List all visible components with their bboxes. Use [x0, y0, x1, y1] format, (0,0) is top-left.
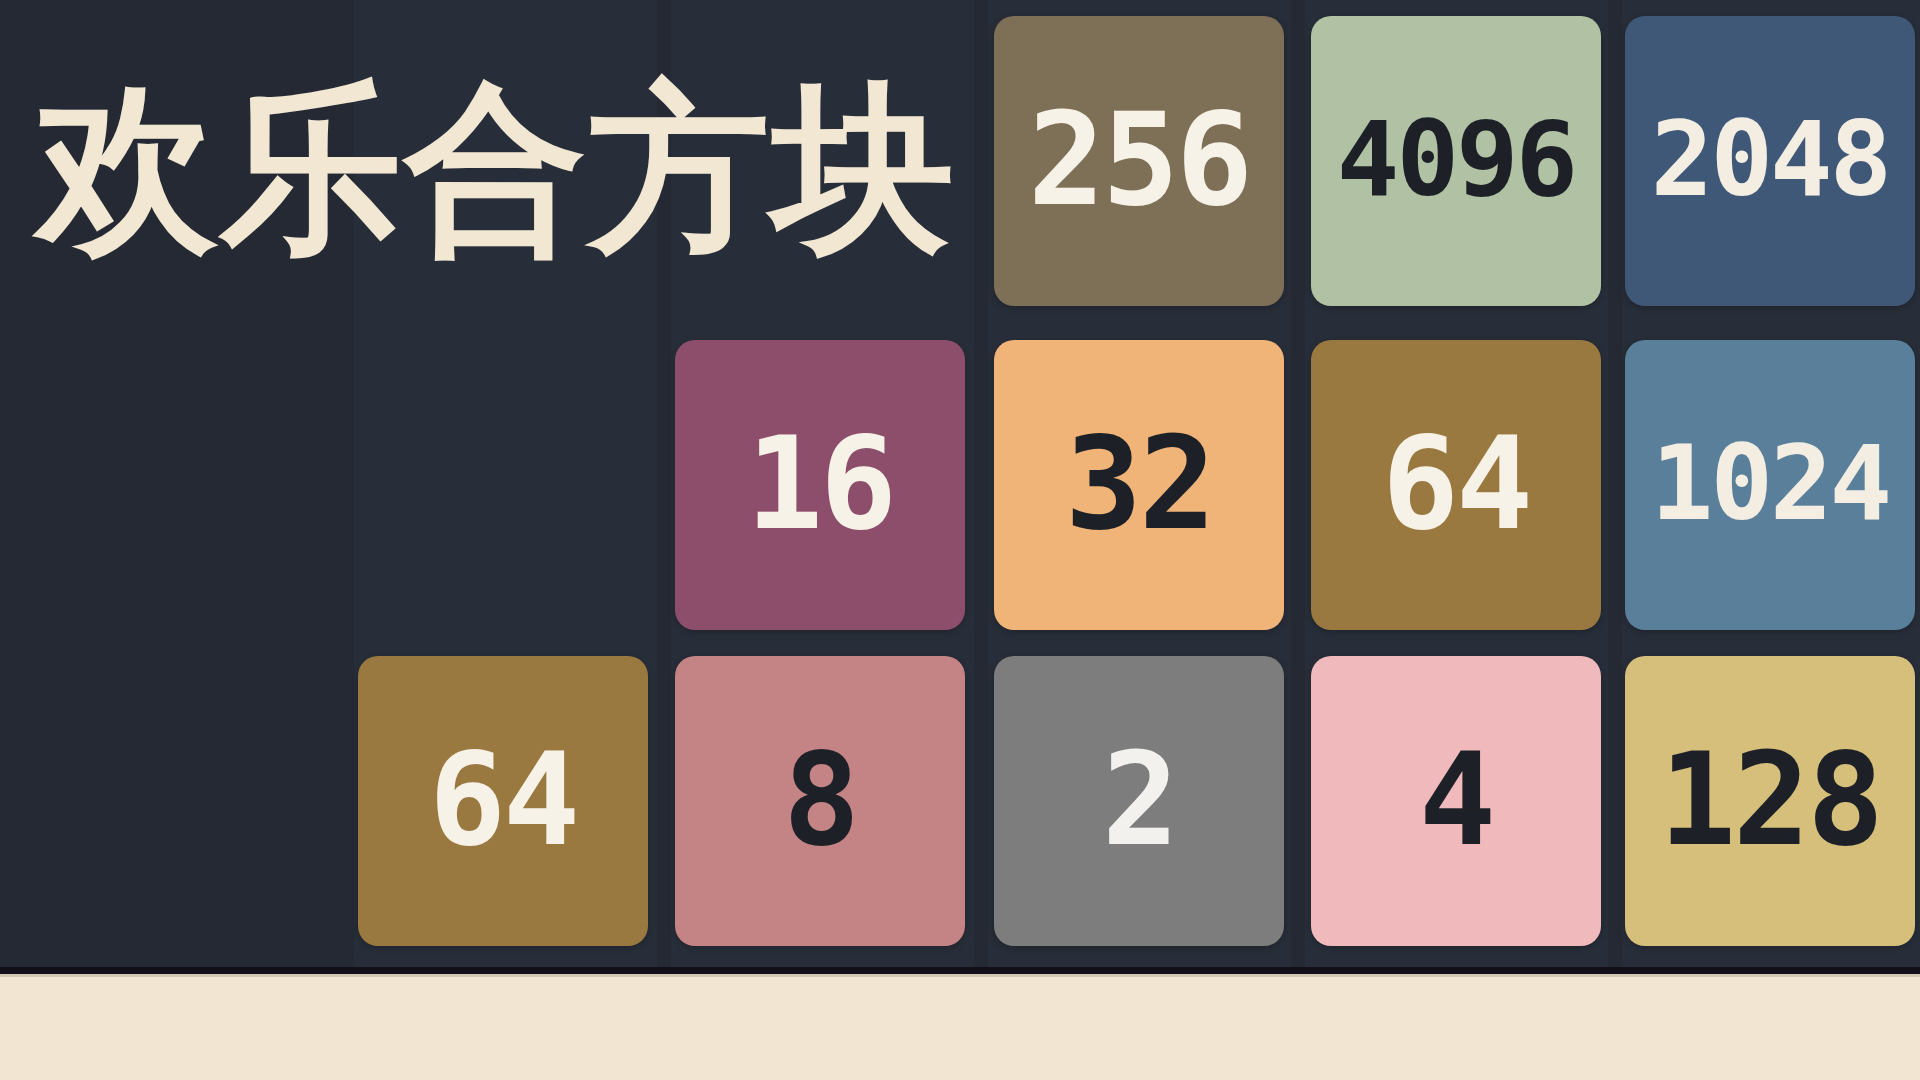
tile-1024[interactable]: 1024 — [1625, 340, 1915, 630]
tile-value: 2 — [1102, 725, 1176, 874]
tile-value: 128 — [1659, 725, 1881, 874]
tile-8[interactable]: 8 — [675, 656, 965, 946]
tile-value: 32 — [1065, 409, 1213, 558]
tile-value: 64 — [429, 725, 577, 874]
tile-4[interactable]: 4 — [1311, 656, 1601, 946]
tile-value: 4096 — [1337, 98, 1575, 220]
tile-64[interactable]: 64 — [1311, 340, 1601, 630]
tile-2[interactable]: 2 — [994, 656, 1284, 946]
tile-value: 8 — [783, 725, 857, 874]
tile-value: 4 — [1419, 725, 1493, 874]
tile-value: 1024 — [1651, 422, 1889, 544]
tile-32[interactable]: 32 — [994, 340, 1284, 630]
tile-4096[interactable]: 4096 — [1311, 16, 1601, 306]
game-title: 欢乐合方块 — [36, 78, 956, 260]
tile-value: 256 — [1028, 85, 1250, 234]
tile-64[interactable]: 64 — [358, 656, 648, 946]
tile-16[interactable]: 16 — [675, 340, 965, 630]
bottom-panel — [0, 977, 1920, 1080]
tile-2048[interactable]: 2048 — [1625, 16, 1915, 306]
tile-128[interactable]: 128 — [1625, 656, 1915, 946]
game-screen: 欢乐合方块 25640962048163264102464824128 — [0, 0, 1920, 1080]
tile-256[interactable]: 256 — [994, 16, 1284, 306]
board-bottom-separator — [0, 967, 1920, 974]
tile-value: 64 — [1382, 409, 1530, 558]
tile-value: 16 — [746, 409, 894, 558]
tile-value: 2048 — [1651, 98, 1889, 220]
